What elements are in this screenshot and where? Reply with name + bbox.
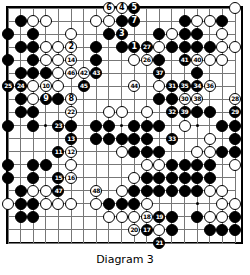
- black-stone: [229, 146, 241, 158]
- black-stone: [179, 15, 191, 27]
- move-number: 21: [156, 240, 163, 246]
- black-stone: [179, 41, 191, 53]
- black-stone: [2, 172, 14, 184]
- black-stone: [15, 15, 27, 27]
- black-stone: [229, 211, 241, 223]
- black-stone: [27, 198, 39, 210]
- black-stone: [15, 198, 27, 210]
- move-number: 47: [55, 188, 62, 194]
- move-number: 34: [193, 83, 200, 89]
- black-stone-move-5: 5: [128, 2, 140, 14]
- white-stone: [116, 185, 128, 197]
- go-board: 6457321271426414046424337252410454431353…: [0, 0, 250, 250]
- white-stone: [90, 198, 102, 210]
- move-number: 32: [168, 109, 175, 115]
- white-stone: [191, 146, 203, 158]
- move-number: 29: [231, 109, 238, 115]
- black-stone: [128, 146, 140, 158]
- black-stone: [141, 133, 153, 145]
- move-number: 15: [55, 175, 62, 181]
- white-stone-move-6: 6: [103, 2, 115, 14]
- white-stone-move-16: 16: [65, 172, 77, 184]
- black-stone: [166, 224, 178, 236]
- white-stone: [204, 54, 216, 66]
- black-stone: [179, 185, 191, 197]
- move-number: 39: [181, 109, 188, 115]
- move-number: 13: [67, 136, 74, 142]
- black-stone: [116, 198, 128, 210]
- black-stone: [40, 159, 52, 171]
- move-number: 33: [168, 136, 175, 142]
- black-stone: [216, 146, 228, 158]
- move-number: 31: [168, 83, 175, 89]
- move-number: 16: [67, 175, 74, 181]
- black-stone-move-17: 17: [141, 224, 153, 236]
- black-stone: [103, 120, 115, 132]
- white-stone-move-18: 18: [141, 211, 153, 223]
- black-stone: [90, 133, 102, 145]
- move-number: 8: [69, 95, 74, 103]
- black-stone: [179, 172, 191, 184]
- move-number: 42: [80, 70, 87, 76]
- black-stone-move-45: 45: [78, 80, 90, 92]
- go-diagram: 6457321271426414046424337252410454431353…: [0, 0, 250, 275]
- black-stone: [179, 159, 191, 171]
- black-stone-move-39: 39: [179, 106, 191, 118]
- white-stone: [153, 159, 165, 171]
- move-number: 7: [132, 17, 137, 25]
- grid-line-horizontal: [8, 243, 235, 244]
- black-stone: [27, 211, 39, 223]
- black-stone: [116, 41, 128, 53]
- black-stone: [141, 185, 153, 197]
- white-stone: [179, 120, 191, 132]
- white-stone: [103, 15, 115, 27]
- move-number: 48: [93, 188, 100, 194]
- white-stone: [27, 185, 39, 197]
- black-stone-move-24: 24: [15, 80, 27, 92]
- black-stone: [229, 224, 241, 236]
- black-stone: [216, 120, 228, 132]
- white-stone-move-4: 4: [116, 2, 128, 14]
- black-stone-move-23: 23: [52, 120, 64, 132]
- white-stone: [2, 198, 14, 210]
- black-stone: [191, 172, 203, 184]
- white-stone-move-42: 42: [78, 67, 90, 79]
- move-number: 3: [119, 30, 124, 38]
- move-number: 36: [206, 83, 213, 89]
- black-stone: [15, 106, 27, 118]
- move-number: 25: [4, 83, 11, 89]
- white-stone: [229, 159, 241, 171]
- white-stone-move-30: 30: [179, 93, 191, 105]
- black-stone: [204, 172, 216, 184]
- white-stone: [103, 211, 115, 223]
- white-stone: [40, 185, 52, 197]
- move-number: 37: [156, 70, 163, 76]
- diagram-caption: Diagram 3: [0, 253, 250, 266]
- move-number: 41: [181, 57, 188, 63]
- black-stone: [116, 15, 128, 27]
- white-stone-move-26: 26: [141, 54, 153, 66]
- move-number: 45: [80, 83, 87, 89]
- white-stone: [204, 146, 216, 158]
- black-stone: [15, 93, 27, 105]
- move-number: 35: [181, 83, 188, 89]
- black-stone: [166, 172, 178, 184]
- black-stone: [90, 120, 102, 132]
- black-stone: [103, 28, 115, 40]
- black-stone-move-27: 27: [141, 41, 153, 53]
- move-number: 14: [67, 57, 74, 63]
- black-stone: [153, 172, 165, 184]
- black-stone: [116, 133, 128, 145]
- move-number: 23: [55, 123, 62, 129]
- black-stone: [2, 120, 14, 132]
- white-stone: [116, 106, 128, 118]
- move-number: 22: [67, 109, 74, 115]
- black-stone: [128, 185, 140, 197]
- black-stone: [40, 67, 52, 79]
- black-stone-move-35: 35: [179, 80, 191, 92]
- white-stone-move-48: 48: [90, 185, 102, 197]
- white-stone: [40, 54, 52, 66]
- move-number: 12: [67, 149, 74, 155]
- white-stone: [128, 172, 140, 184]
- white-stone-move-12: 12: [65, 146, 77, 158]
- move-number: 20: [130, 227, 137, 233]
- black-stone: [27, 172, 39, 184]
- white-stone: [40, 15, 52, 27]
- white-stone: [204, 15, 216, 27]
- black-stone: [191, 185, 203, 197]
- white-stone: [229, 2, 241, 14]
- grid-line-horizontal: [8, 229, 235, 230]
- black-stone: [15, 67, 27, 79]
- black-stone: [141, 146, 153, 158]
- black-stone: [229, 120, 241, 132]
- black-stone: [166, 41, 178, 53]
- white-stone: [204, 185, 216, 197]
- black-stone-move-21: 21: [153, 237, 165, 249]
- white-stone: [141, 159, 153, 171]
- white-stone: [40, 198, 52, 210]
- star-point: [196, 124, 199, 127]
- black-stone: [204, 159, 216, 171]
- black-stone: [141, 120, 153, 132]
- white-stone: [116, 146, 128, 158]
- move-number: 26: [143, 57, 150, 63]
- move-number: 6: [106, 4, 111, 12]
- black-stone: [166, 211, 178, 223]
- move-number: 1: [132, 43, 137, 51]
- black-stone: [141, 172, 153, 184]
- black-stone: [229, 133, 241, 145]
- white-stone: [141, 198, 153, 210]
- black-stone-move-41: 41: [179, 54, 191, 66]
- black-stone: [15, 185, 27, 197]
- black-stone: [27, 120, 39, 132]
- black-stone: [166, 185, 178, 197]
- move-number: 19: [156, 214, 163, 220]
- white-stone: [204, 133, 216, 145]
- white-stone: [166, 28, 178, 40]
- black-stone: [15, 41, 27, 53]
- move-number: 40: [193, 57, 200, 63]
- move-number: 10: [42, 83, 49, 89]
- black-stone: [204, 41, 216, 53]
- move-number: 4: [119, 4, 124, 12]
- black-stone-move-13: 13: [65, 133, 77, 145]
- white-stone: [40, 41, 52, 53]
- white-stone: [65, 198, 77, 210]
- black-stone: [204, 224, 216, 236]
- white-stone-move-20: 20: [128, 224, 140, 236]
- black-stone: [27, 159, 39, 171]
- white-stone: [65, 159, 77, 171]
- black-stone: [153, 146, 165, 158]
- move-number: 43: [93, 70, 100, 76]
- move-number: 44: [130, 83, 137, 89]
- move-number: 5: [132, 4, 137, 12]
- black-stone: [2, 28, 14, 40]
- move-number: 27: [143, 44, 150, 50]
- black-stone-move-11: 11: [52, 146, 64, 158]
- black-stone: [128, 133, 140, 145]
- move-number: 11: [55, 149, 62, 155]
- move-number: 17: [143, 227, 150, 233]
- white-stone: [229, 198, 241, 210]
- white-stone: [204, 211, 216, 223]
- move-number: 46: [67, 70, 74, 76]
- black-stone: [65, 120, 77, 132]
- black-stone: [103, 198, 115, 210]
- black-stone: [191, 159, 203, 171]
- move-number: 38: [193, 96, 200, 102]
- star-point: [120, 124, 123, 127]
- black-stone: [128, 198, 140, 210]
- move-number: 30: [181, 96, 188, 102]
- black-stone: [191, 211, 203, 223]
- move-number: 24: [17, 83, 24, 89]
- black-stone: [153, 120, 165, 132]
- black-stone-move-3: 3: [116, 28, 128, 40]
- black-stone: [179, 28, 191, 40]
- black-stone: [2, 159, 14, 171]
- black-stone: [166, 159, 178, 171]
- move-number: 2: [69, 43, 74, 51]
- move-number: 28: [231, 96, 238, 102]
- black-stone: [128, 120, 140, 132]
- white-stone: [116, 211, 128, 223]
- black-stone-move-33: 33: [166, 133, 178, 145]
- black-stone: [15, 211, 27, 223]
- black-stone: [103, 133, 115, 145]
- white-stone: [128, 211, 140, 223]
- move-number: 9: [43, 95, 48, 103]
- move-number: 18: [143, 214, 150, 220]
